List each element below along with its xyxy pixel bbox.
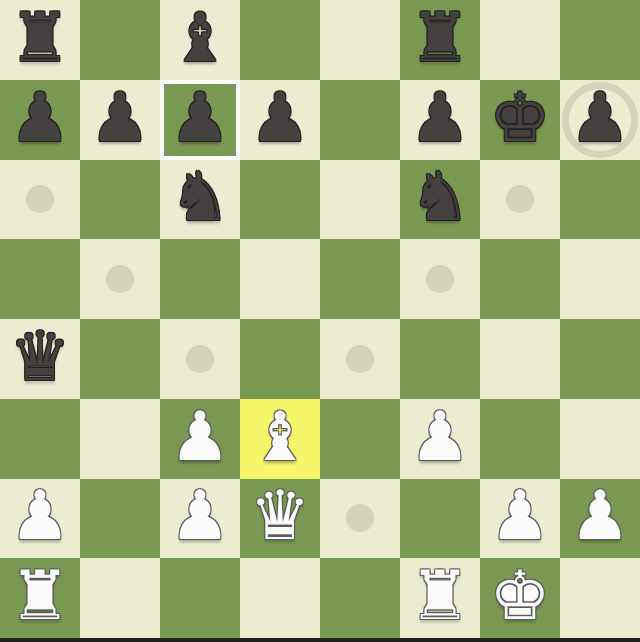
board-bottom-edge (0, 638, 640, 642)
square-a3[interactable] (0, 399, 80, 479)
square-g3[interactable] (480, 399, 560, 479)
square-b2[interactable] (80, 479, 160, 559)
square-b8[interactable] (80, 0, 160, 80)
square-b1[interactable] (80, 558, 160, 638)
square-a5[interactable] (0, 239, 80, 319)
piece-black-knight[interactable]: ♞︎ (170, 163, 231, 231)
square-a1[interactable]: ♜︎ (0, 558, 80, 638)
piece-white-pawn[interactable]: ♟︎ (10, 482, 71, 550)
square-h8[interactable] (560, 0, 640, 80)
square-c2[interactable]: ♟︎ (160, 479, 240, 559)
square-e5[interactable] (320, 239, 400, 319)
square-e6[interactable] (320, 160, 400, 240)
square-d4[interactable] (240, 319, 320, 399)
square-a4[interactable]: ♛︎ (0, 319, 80, 399)
square-b7[interactable]: ♟︎ (80, 80, 160, 160)
square-a7[interactable]: ♟︎ (0, 80, 80, 160)
square-b5[interactable] (80, 239, 160, 319)
piece-black-pawn[interactable]: ♟︎ (10, 84, 71, 152)
square-h3[interactable] (560, 399, 640, 479)
piece-white-pawn[interactable]: ♟︎ (570, 482, 631, 550)
piece-black-bishop[interactable]: ♝︎ (170, 4, 231, 72)
square-c5[interactable] (160, 239, 240, 319)
square-c8[interactable]: ♝︎ (160, 0, 240, 80)
square-a8[interactable]: ♜︎ (0, 0, 80, 80)
square-c7[interactable]: ♟︎ (160, 80, 240, 160)
square-e7[interactable] (320, 80, 400, 160)
legal-move-dot-indicator (186, 345, 214, 373)
square-b6[interactable] (80, 160, 160, 240)
square-g6[interactable] (480, 160, 560, 240)
piece-black-king[interactable]: ♚︎ (490, 84, 551, 152)
piece-black-pawn[interactable]: ♟︎ (250, 84, 311, 152)
piece-black-pawn[interactable]: ♟︎ (410, 84, 471, 152)
piece-black-rook[interactable]: ♜︎ (10, 4, 71, 72)
square-a6[interactable] (0, 160, 80, 240)
legal-move-dot-indicator (346, 504, 374, 532)
square-e1[interactable] (320, 558, 400, 638)
square-b4[interactable] (80, 319, 160, 399)
square-h7[interactable]: ♟︎ (560, 80, 640, 160)
square-f4[interactable] (400, 319, 480, 399)
square-e8[interactable] (320, 0, 400, 80)
square-f8[interactable]: ♜︎ (400, 0, 480, 80)
square-c1[interactable] (160, 558, 240, 638)
square-f2[interactable] (400, 479, 480, 559)
square-g4[interactable] (480, 319, 560, 399)
square-h5[interactable] (560, 239, 640, 319)
square-h6[interactable] (560, 160, 640, 240)
square-d7[interactable]: ♟︎ (240, 80, 320, 160)
piece-white-rook[interactable]: ♜︎ (410, 562, 471, 630)
square-c6[interactable]: ♞︎ (160, 160, 240, 240)
legal-move-dot-indicator (346, 345, 374, 373)
square-d3[interactable]: ♝︎ (240, 399, 320, 479)
piece-white-rook[interactable]: ♜︎ (10, 562, 71, 630)
square-f6[interactable]: ♞︎ (400, 160, 480, 240)
chess-board: ♜︎♝︎♜︎♟︎♟︎♟︎♟︎♟︎♚︎♟︎♞︎♞︎♛︎♟︎♝︎♟︎♟︎♟︎♛︎♟︎… (0, 0, 640, 638)
square-e4[interactable] (320, 319, 400, 399)
square-b3[interactable] (80, 399, 160, 479)
piece-black-rook[interactable]: ♜︎ (410, 4, 471, 72)
square-e2[interactable] (320, 479, 400, 559)
piece-white-king[interactable]: ♚︎ (490, 562, 551, 630)
square-c4[interactable] (160, 319, 240, 399)
square-g8[interactable] (480, 0, 560, 80)
square-c3[interactable]: ♟︎ (160, 399, 240, 479)
square-h2[interactable]: ♟︎ (560, 479, 640, 559)
square-h1[interactable] (560, 558, 640, 638)
square-f7[interactable]: ♟︎ (400, 80, 480, 160)
square-f3[interactable]: ♟︎ (400, 399, 480, 479)
piece-white-pawn[interactable]: ♟︎ (410, 403, 471, 471)
legal-move-dot-indicator (26, 185, 54, 213)
square-d6[interactable] (240, 160, 320, 240)
piece-white-bishop[interactable]: ♝︎ (250, 403, 311, 471)
square-f1[interactable]: ♜︎ (400, 558, 480, 638)
square-h4[interactable] (560, 319, 640, 399)
piece-white-pawn[interactable]: ♟︎ (490, 482, 551, 550)
square-a2[interactable]: ♟︎ (0, 479, 80, 559)
piece-black-pawn[interactable]: ♟︎ (570, 84, 631, 152)
square-f5[interactable] (400, 239, 480, 319)
piece-white-pawn[interactable]: ♟︎ (170, 482, 231, 550)
legal-move-dot-indicator (106, 265, 134, 293)
piece-black-knight[interactable]: ♞︎ (410, 163, 471, 231)
square-g2[interactable]: ♟︎ (480, 479, 560, 559)
piece-white-queen[interactable]: ♛︎ (250, 482, 311, 550)
piece-black-pawn[interactable]: ♟︎ (170, 84, 231, 152)
square-g1[interactable]: ♚︎ (480, 558, 560, 638)
square-e3[interactable] (320, 399, 400, 479)
legal-move-dot-indicator (506, 185, 534, 213)
square-d5[interactable] (240, 239, 320, 319)
piece-black-pawn[interactable]: ♟︎ (90, 84, 151, 152)
piece-white-pawn[interactable]: ♟︎ (170, 403, 231, 471)
square-g5[interactable] (480, 239, 560, 319)
legal-move-dot-indicator (426, 265, 454, 293)
square-d2[interactable]: ♛︎ (240, 479, 320, 559)
piece-black-queen[interactable]: ♛︎ (10, 323, 71, 391)
square-g7[interactable]: ♚︎ (480, 80, 560, 160)
square-d1[interactable] (240, 558, 320, 638)
square-d8[interactable] (240, 0, 320, 80)
